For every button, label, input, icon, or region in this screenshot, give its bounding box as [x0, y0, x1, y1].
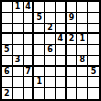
- cell-r4c8-given-1[interactable]: 1: [77, 34, 88, 45]
- cell-r6c4-empty[interactable]: [34, 56, 45, 67]
- cell-r5c1-given-5[interactable]: 5: [2, 45, 13, 56]
- cell-r2c6-empty[interactable]: [56, 13, 67, 24]
- cell-r7c6-empty[interactable]: [56, 67, 67, 78]
- cell-r8c6-empty[interactable]: [56, 77, 67, 88]
- cell-r5c2-empty[interactable]: [13, 45, 24, 56]
- sudoku-board: 14592421563867512: [0, 0, 101, 101]
- cell-r7c7-empty[interactable]: [67, 67, 78, 78]
- cell-r9c4-empty[interactable]: [34, 88, 45, 99]
- cell-r1c3-given-4[interactable]: 4: [24, 2, 35, 13]
- cell-r1c9-empty[interactable]: [88, 2, 99, 13]
- cell-r6c1-empty[interactable]: [2, 56, 13, 67]
- cell-r9c2-empty[interactable]: [13, 88, 24, 99]
- cell-r1c2-given-1[interactable]: 1: [13, 2, 24, 13]
- cell-r7c4-empty[interactable]: [34, 67, 45, 78]
- cell-r1c5-empty[interactable]: [45, 2, 56, 13]
- cell-r2c8-empty[interactable]: [77, 13, 88, 24]
- cell-r5c9-empty[interactable]: [88, 45, 99, 56]
- cell-r1c4-empty[interactable]: [34, 2, 45, 13]
- cell-r4c7-given-2[interactable]: 2: [67, 34, 78, 45]
- cell-r6c8-given-8[interactable]: 8: [77, 56, 88, 67]
- cell-r5c3-empty[interactable]: [24, 45, 35, 56]
- cell-r5c7-empty[interactable]: [67, 45, 78, 56]
- cell-r9c3-empty[interactable]: [24, 88, 35, 99]
- cell-r2c9-empty[interactable]: [88, 13, 99, 24]
- cell-r9c5-empty[interactable]: [45, 88, 56, 99]
- cell-r4c1-empty[interactable]: [2, 34, 13, 45]
- cell-r4c3-empty[interactable]: [24, 34, 35, 45]
- cell-r1c6-empty[interactable]: [56, 2, 67, 13]
- cell-r5c5-given-6[interactable]: 6: [45, 45, 56, 56]
- cell-r4c5-empty[interactable]: [45, 34, 56, 45]
- cell-r3c2-empty[interactable]: [13, 24, 24, 35]
- cell-r9c6-empty[interactable]: [56, 88, 67, 99]
- cell-r5c4-empty[interactable]: [34, 45, 45, 56]
- cell-r3c5-given-2[interactable]: 2: [45, 24, 56, 35]
- cell-r7c9-given-5[interactable]: 5: [88, 67, 99, 78]
- cell-r8c2-empty[interactable]: [13, 77, 24, 88]
- cell-r2c3-empty[interactable]: [24, 13, 35, 24]
- cell-r4c2-empty[interactable]: [13, 34, 24, 45]
- cell-r5c8-empty[interactable]: [77, 45, 88, 56]
- cell-r8c9-empty[interactable]: [88, 77, 99, 88]
- cell-r1c8-empty[interactable]: [77, 2, 88, 13]
- cell-r8c8-empty[interactable]: [77, 77, 88, 88]
- cell-r9c8-empty[interactable]: [77, 88, 88, 99]
- cell-r7c2-empty[interactable]: [13, 67, 24, 78]
- cell-r9c9-empty[interactable]: [88, 88, 99, 99]
- cell-r8c4-given-1[interactable]: 1: [34, 77, 45, 88]
- cell-r4c9-empty[interactable]: [88, 34, 99, 45]
- cell-r4c4-empty[interactable]: [34, 34, 45, 45]
- cell-r9c7-empty[interactable]: [67, 88, 78, 99]
- cell-r9c1-given-2[interactable]: 2: [2, 88, 13, 99]
- cell-r6c9-empty[interactable]: [88, 56, 99, 67]
- cell-r6c2-given-3[interactable]: 3: [13, 56, 24, 67]
- cell-r6c3-empty[interactable]: [24, 56, 35, 67]
- cell-r2c2-empty[interactable]: [13, 13, 24, 24]
- cell-r6c5-empty[interactable]: [45, 56, 56, 67]
- cell-r8c1-empty[interactable]: [2, 77, 13, 88]
- cell-r3c3-empty[interactable]: [24, 24, 35, 35]
- cell-r3c1-empty[interactable]: [2, 24, 13, 35]
- cell-r1c7-empty[interactable]: [67, 2, 78, 13]
- cell-r1c1-empty[interactable]: [2, 2, 13, 13]
- cell-r8c7-empty[interactable]: [67, 77, 78, 88]
- cell-r3c6-empty[interactable]: [56, 24, 67, 35]
- cell-r6c6-empty[interactable]: [56, 56, 67, 67]
- cell-r7c8-empty[interactable]: [77, 67, 88, 78]
- cell-r3c4-empty[interactable]: [34, 24, 45, 35]
- cell-r7c5-empty[interactable]: [45, 67, 56, 78]
- cell-r3c9-empty[interactable]: [88, 24, 99, 35]
- cell-r2c4-given-5[interactable]: 5: [34, 13, 45, 24]
- cell-r8c5-empty[interactable]: [45, 77, 56, 88]
- cell-r4c6-given-4[interactable]: 4: [56, 34, 67, 45]
- cell-r7c1-given-6[interactable]: 6: [2, 67, 13, 78]
- cell-r6c7-empty[interactable]: [67, 56, 78, 67]
- cell-r7c3-given-7[interactable]: 7: [24, 67, 35, 78]
- cell-r3c7-empty[interactable]: [67, 24, 78, 35]
- cell-r5c6-empty[interactable]: [56, 45, 67, 56]
- cell-r8c3-empty[interactable]: [24, 77, 35, 88]
- cell-r2c7-given-9[interactable]: 9: [67, 13, 78, 24]
- cell-r3c8-empty[interactable]: [77, 24, 88, 35]
- cell-r2c5-empty[interactable]: [45, 13, 56, 24]
- cell-r2c1-empty[interactable]: [2, 13, 13, 24]
